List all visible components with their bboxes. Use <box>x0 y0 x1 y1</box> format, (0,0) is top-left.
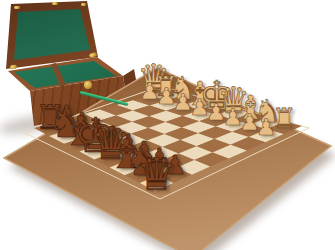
chess-board <box>0 0 335 250</box>
chess-set-product-photo: ♛♜♞♟♝♟♚♟♛♟♝♟♞♟♟♜♜♟♟♟♞♟♝♟♚♟♛♟♝♟♟♞♜♛ <box>0 0 335 250</box>
